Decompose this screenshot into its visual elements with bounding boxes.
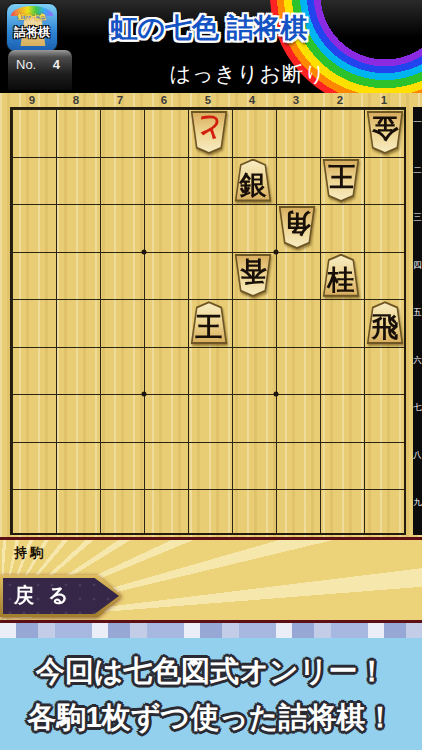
piece-body: 金 (366, 111, 404, 154)
back-button-label: 戻る (14, 575, 82, 617)
app-title: 虹の七色 詰将棋 (66, 10, 352, 46)
file-label: 4 (230, 93, 274, 107)
shogi-piece-gote[interactable]: と (190, 111, 228, 154)
file-label: 9 (10, 93, 54, 107)
piece-face: 金 (368, 113, 402, 152)
app-icon: 虹の七色 詰将棋 (6, 3, 58, 52)
piece-glyph: 王 (192, 310, 226, 342)
shogi-piece-gote[interactable]: 金 (366, 111, 404, 154)
piece-glyph: 飛 (368, 310, 402, 342)
puzzle-number-tab: No. 4 (8, 50, 72, 90)
piece-body: 王 (322, 159, 360, 202)
rank-label: 七 (413, 402, 422, 414)
rank-label: 二 (413, 165, 422, 177)
file-label: 3 (274, 93, 318, 107)
back-button[interactable]: 戻る (0, 575, 122, 617)
piece-glyph: 銀 (236, 168, 270, 200)
promo-banner-line2: 各駒1枚ずつ使った詰将棋！ (0, 698, 422, 738)
rank-label: 五 (413, 307, 422, 319)
shogi-piece-gote[interactable]: 香 (234, 254, 272, 297)
puzzle-title: はっきりお断り (80, 60, 416, 88)
piece-face: 王 (192, 303, 226, 342)
shogi-piece-sente[interactable]: 銀 (234, 159, 272, 202)
shogi-board[interactable]: と金銀王角香桂王飛 (10, 107, 406, 535)
file-label: 2 (318, 93, 362, 107)
rank-label: 三 (413, 212, 422, 224)
piece-face: 角 (280, 208, 314, 247)
piece-face: 王 (324, 161, 358, 200)
piece-glyph: 角 (280, 208, 314, 240)
piece-face: 銀 (236, 161, 270, 200)
piece-glyph: と (192, 113, 226, 145)
rank-label: 六 (413, 355, 422, 367)
file-label: 7 (98, 93, 142, 107)
file-labels: 987654321 (10, 93, 406, 107)
app-icon-text-top: 虹の七色 (7, 12, 57, 22)
rank-labels: 一二三四五六七八九 (413, 107, 422, 535)
file-label: 8 (54, 93, 98, 107)
piece-body: 銀 (234, 159, 272, 202)
board-section: 987654321 と金銀王角香桂王飛 一二三四五六七八九 (0, 93, 422, 537)
piece-body: 飛 (366, 301, 404, 344)
puzzle-number-label: No. (16, 57, 36, 72)
star-point (274, 392, 279, 397)
hand-label: 持駒 (14, 544, 46, 562)
file-label: 5 (186, 93, 230, 107)
rank-label: 九 (413, 497, 422, 509)
file-label: 6 (142, 93, 186, 107)
star-point (274, 249, 279, 254)
shogi-piece-sente[interactable]: 飛 (366, 301, 404, 344)
puzzle-number-value: 4 (53, 57, 60, 72)
piece-body: と (190, 111, 228, 154)
rank-label: 四 (413, 260, 422, 272)
app-icon-text-bottom: 詰将棋 (7, 24, 57, 41)
background-artwork (0, 623, 422, 638)
piece-face: と (192, 113, 226, 152)
piece-glyph: 香 (236, 256, 270, 288)
piece-face: 飛 (368, 303, 402, 342)
header: 虹の七色 詰将棋 虹の七色 詰将棋 No. 4 はっきりお断り (0, 0, 422, 93)
piece-glyph: 王 (324, 161, 358, 193)
shogi-piece-sente[interactable]: 王 (190, 301, 228, 344)
piece-glyph: 金 (368, 113, 402, 145)
piece-face: 香 (236, 256, 270, 295)
rank-label: 一 (413, 117, 422, 129)
promo-banner-line1: 今回は七色図式オンリー！ (0, 652, 422, 692)
piece-face: 桂 (324, 256, 358, 295)
star-point (142, 249, 147, 254)
piece-glyph: 桂 (324, 263, 358, 295)
piece-body: 王 (190, 301, 228, 344)
shogi-piece-gote[interactable]: 王 (322, 159, 360, 202)
promo-banner: 今回は七色図式オンリー！ 各駒1枚ずつ使った詰将棋！ (0, 638, 422, 750)
file-label: 1 (362, 93, 406, 107)
app-screen: 虹の七色 詰将棋 虹の七色 詰将棋 No. 4 はっきりお断り 98765432… (0, 0, 422, 750)
shogi-piece-gote[interactable]: 角 (278, 206, 316, 249)
piece-body: 角 (278, 206, 316, 249)
piece-body: 桂 (322, 254, 360, 297)
shogi-piece-sente[interactable]: 桂 (322, 254, 360, 297)
rank-label: 八 (413, 450, 422, 462)
piece-body: 香 (234, 254, 272, 297)
star-point (142, 392, 147, 397)
